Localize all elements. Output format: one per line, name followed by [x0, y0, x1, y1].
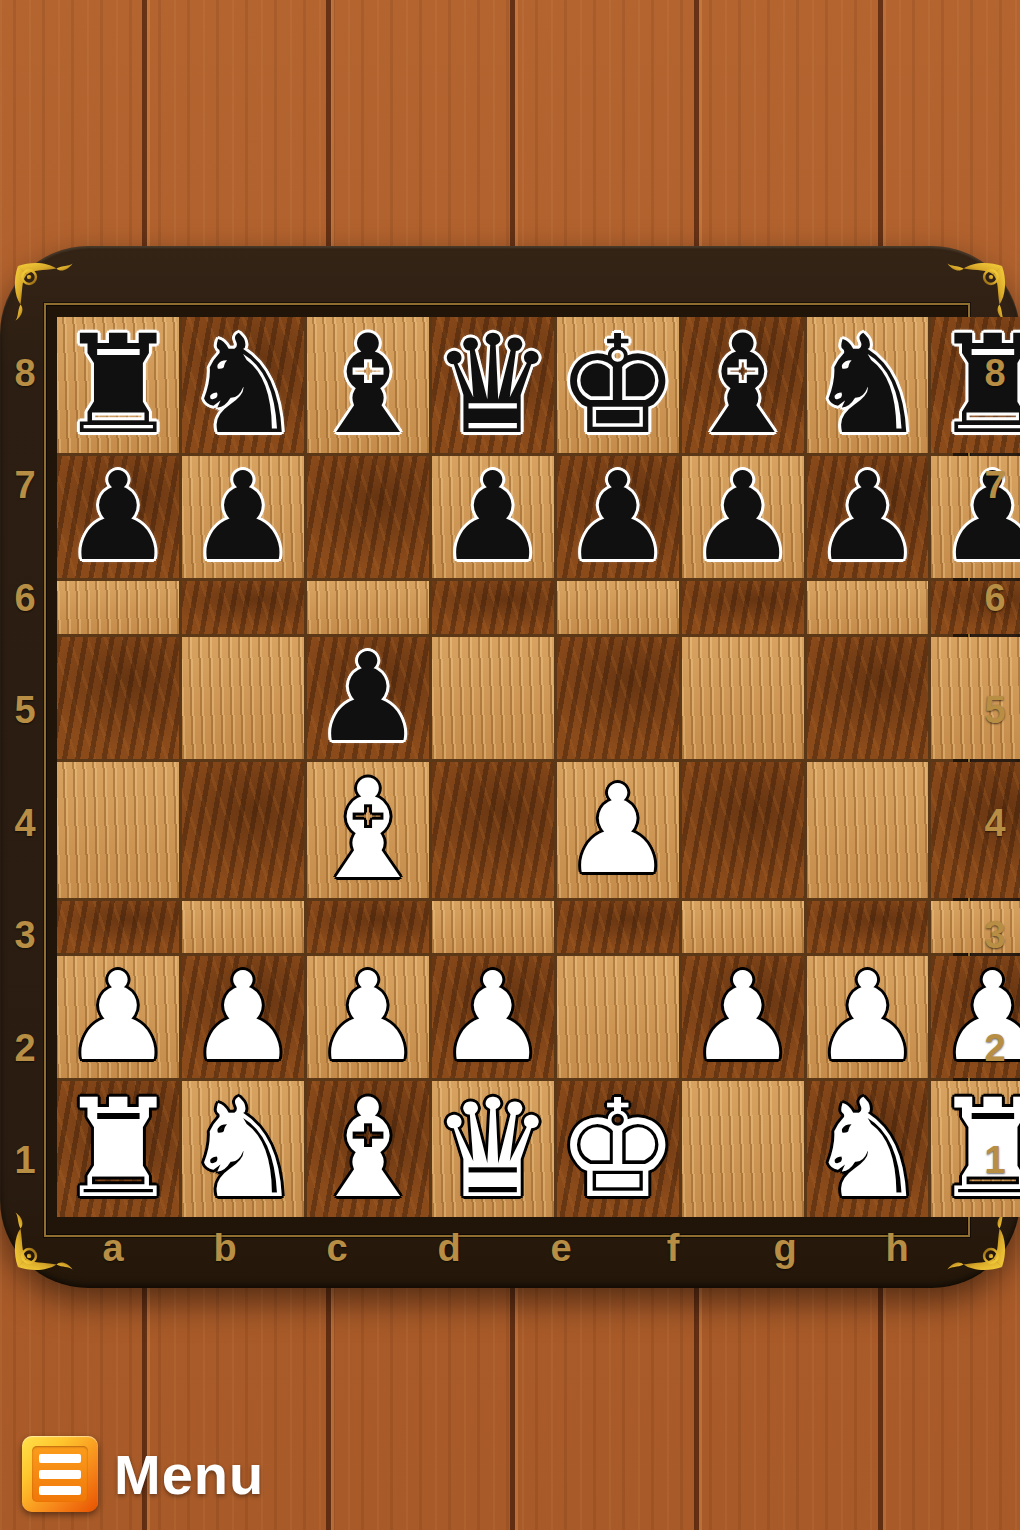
- rank-label-4: 4: [8, 767, 42, 880]
- rank-label-7: 7: [8, 430, 42, 543]
- rank-label-1: 1: [8, 1105, 42, 1218]
- square-a4[interactable]: [57, 762, 179, 898]
- piece-white-bishop-c4[interactable]: ♝: [307, 762, 429, 898]
- square-a7[interactable]: ♟: [57, 456, 179, 578]
- square-e7[interactable]: ♟: [557, 456, 679, 578]
- square-f5[interactable]: [682, 637, 804, 759]
- square-d5[interactable]: [432, 637, 554, 759]
- square-g6[interactable]: [807, 581, 929, 634]
- square-a1[interactable]: ♜: [57, 1081, 179, 1217]
- square-d6[interactable]: [432, 581, 554, 634]
- menu-icon-bar: [39, 1454, 81, 1463]
- square-g5[interactable]: [807, 637, 929, 759]
- rank-label-6: 6: [8, 542, 42, 655]
- menu-button[interactable]: Menu: [22, 1436, 264, 1512]
- piece-white-pawn-f2[interactable]: ♟: [688, 956, 797, 1078]
- square-b7[interactable]: ♟: [182, 456, 304, 578]
- rank-label-8: 8: [8, 317, 42, 430]
- piece-black-knight-b8[interactable]: ♞: [182, 317, 304, 453]
- square-g4[interactable]: [807, 762, 929, 898]
- piece-black-king-e8[interactable]: ♚: [557, 317, 679, 453]
- square-g2[interactable]: ♟: [807, 956, 929, 1078]
- piece-black-pawn-b7[interactable]: ♟: [188, 456, 297, 578]
- square-b5[interactable]: [182, 637, 304, 759]
- chess-board-frame: ♜♞♝♛♚♝♞♜♟♟♟♟♟♟♟♟♝♟♟♟♟♟♟♟♟♜♞♝♛♚♞♜ 8765432…: [0, 246, 1020, 1288]
- piece-black-knight-g8[interactable]: ♞: [807, 317, 929, 453]
- piece-black-pawn-c5[interactable]: ♟: [313, 637, 422, 759]
- rank-labels-right: 87654321: [978, 317, 1012, 1217]
- file-label-e: e: [505, 1226, 617, 1270]
- rank-label-4: 4: [978, 767, 1012, 880]
- menu-icon-bar: [39, 1486, 81, 1495]
- square-c4[interactable]: ♝: [307, 762, 429, 898]
- menu-icon-bar: [39, 1470, 81, 1479]
- square-b8[interactable]: ♞: [182, 317, 304, 453]
- file-label-a: a: [57, 1226, 169, 1270]
- piece-white-pawn-e4[interactable]: ♟: [563, 769, 672, 891]
- rank-labels-left: 87654321: [8, 317, 42, 1217]
- square-b1[interactable]: ♞: [182, 1081, 304, 1217]
- piece-white-pawn-c2[interactable]: ♟: [313, 956, 422, 1078]
- square-f8[interactable]: ♝: [682, 317, 804, 453]
- piece-white-pawn-b2[interactable]: ♟: [188, 956, 297, 1078]
- rank-label-2: 2: [978, 992, 1012, 1105]
- chess-board: ♜♞♝♛♚♝♞♜♟♟♟♟♟♟♟♟♝♟♟♟♟♟♟♟♟♜♞♝♛♚♞♜: [57, 317, 953, 1217]
- square-e2[interactable]: [557, 956, 679, 1078]
- square-c5[interactable]: ♟: [307, 637, 429, 759]
- square-e3[interactable]: [557, 901, 679, 954]
- square-f4[interactable]: [682, 762, 804, 898]
- menu-icon-inner: [32, 1446, 88, 1502]
- piece-white-king-e1[interactable]: ♚: [557, 1081, 679, 1217]
- square-a2[interactable]: ♟: [57, 956, 179, 1078]
- square-a5[interactable]: [57, 637, 179, 759]
- square-b2[interactable]: ♟: [182, 956, 304, 1078]
- file-label-c: c: [281, 1226, 393, 1270]
- rank-label-7: 7: [978, 430, 1012, 543]
- rank-label-3: 3: [978, 880, 1012, 993]
- rank-label-6: 6: [978, 542, 1012, 655]
- square-a8[interactable]: ♜: [57, 317, 179, 453]
- piece-white-queen-d1[interactable]: ♛: [432, 1081, 554, 1217]
- piece-white-pawn-d2[interactable]: ♟: [438, 956, 547, 1078]
- piece-white-knight-b1[interactable]: ♞: [182, 1081, 304, 1217]
- piece-black-pawn-e7[interactable]: ♟: [563, 456, 672, 578]
- square-e4[interactable]: ♟: [557, 762, 679, 898]
- square-e1[interactable]: ♚: [557, 1081, 679, 1217]
- square-c6[interactable]: [307, 581, 429, 634]
- piece-white-bishop-c1[interactable]: ♝: [307, 1081, 429, 1217]
- piece-black-queen-d8[interactable]: ♛: [432, 317, 554, 453]
- square-f1[interactable]: [682, 1081, 804, 1217]
- rank-label-1: 1: [978, 1105, 1012, 1218]
- square-g8[interactable]: ♞: [807, 317, 929, 453]
- square-e6[interactable]: [557, 581, 679, 634]
- piece-white-knight-g1[interactable]: ♞: [807, 1081, 929, 1217]
- rank-label-2: 2: [8, 992, 42, 1105]
- menu-hamburger-icon[interactable]: [22, 1436, 98, 1512]
- square-e8[interactable]: ♚: [557, 317, 679, 453]
- piece-white-pawn-g2[interactable]: ♟: [813, 956, 922, 1078]
- square-d2[interactable]: ♟: [432, 956, 554, 1078]
- square-d1[interactable]: ♛: [432, 1081, 554, 1217]
- square-c1[interactable]: ♝: [307, 1081, 429, 1217]
- file-label-f: f: [617, 1226, 729, 1270]
- square-c2[interactable]: ♟: [307, 956, 429, 1078]
- piece-black-pawn-a7[interactable]: ♟: [63, 456, 172, 578]
- square-g7[interactable]: ♟: [807, 456, 929, 578]
- file-label-b: b: [169, 1226, 281, 1270]
- rank-label-3: 3: [8, 880, 42, 993]
- file-label-d: d: [393, 1226, 505, 1270]
- square-d4[interactable]: [432, 762, 554, 898]
- piece-black-pawn-g7[interactable]: ♟: [813, 456, 922, 578]
- piece-black-bishop-f8[interactable]: ♝: [682, 317, 804, 453]
- square-e5[interactable]: [557, 637, 679, 759]
- square-d8[interactable]: ♛: [432, 317, 554, 453]
- square-b4[interactable]: [182, 762, 304, 898]
- square-c8[interactable]: ♝: [307, 317, 429, 453]
- piece-black-bishop-c8[interactable]: ♝: [307, 317, 429, 453]
- file-labels-bottom: abcdefgh: [57, 1226, 953, 1270]
- piece-white-rook-a1[interactable]: ♜: [57, 1081, 179, 1217]
- file-label-h: h: [841, 1226, 953, 1270]
- piece-black-rook-a8[interactable]: ♜: [57, 317, 179, 453]
- piece-white-pawn-a2[interactable]: ♟: [63, 956, 172, 1078]
- file-label-g: g: [729, 1226, 841, 1270]
- square-a6[interactable]: [57, 581, 179, 634]
- menu-button-label: Menu: [114, 1442, 264, 1507]
- rank-label-8: 8: [978, 317, 1012, 430]
- rank-label-5: 5: [8, 655, 42, 768]
- square-c7[interactable]: [307, 456, 429, 578]
- square-d7[interactable]: ♟: [432, 456, 554, 578]
- square-b6[interactable]: [182, 581, 304, 634]
- square-f7[interactable]: ♟: [682, 456, 804, 578]
- square-f6[interactable]: [682, 581, 804, 634]
- piece-black-pawn-f7[interactable]: ♟: [688, 456, 797, 578]
- rank-label-5: 5: [978, 655, 1012, 768]
- piece-black-pawn-d7[interactable]: ♟: [438, 456, 547, 578]
- square-f2[interactable]: ♟: [682, 956, 804, 1078]
- square-g1[interactable]: ♞: [807, 1081, 929, 1217]
- app-screen: ♜♞♝♛♚♝♞♜♟♟♟♟♟♟♟♟♝♟♟♟♟♟♟♟♟♜♞♝♛♚♞♜ 8765432…: [0, 0, 1020, 1530]
